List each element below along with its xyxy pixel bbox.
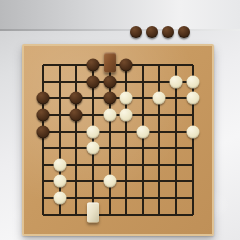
board-point-b8[interactable] bbox=[52, 90, 69, 107]
board-point-h6[interactable] bbox=[151, 123, 168, 140]
captured-dark-pieces-tray bbox=[130, 26, 190, 38]
board-point-j3[interactable] bbox=[184, 173, 201, 190]
dark-soldier-disc[interactable] bbox=[70, 92, 83, 105]
dark-soldier-disc[interactable] bbox=[37, 92, 50, 105]
board-point-d3[interactable] bbox=[85, 173, 102, 190]
board-point-h7[interactable] bbox=[151, 107, 168, 124]
board-point-f4[interactable] bbox=[118, 157, 135, 174]
board-point-c6[interactable] bbox=[68, 123, 85, 140]
white-town-tower[interactable] bbox=[87, 202, 99, 222]
board-point-e6[interactable] bbox=[101, 123, 118, 140]
dark-soldier-disc[interactable] bbox=[37, 109, 50, 122]
board-point-b4[interactable] bbox=[52, 157, 69, 174]
board-point-i9[interactable] bbox=[168, 74, 185, 91]
board-point-j4[interactable] bbox=[184, 157, 201, 174]
cannon-board bbox=[22, 44, 214, 236]
board-point-b1[interactable] bbox=[52, 206, 69, 223]
board-point-h4[interactable] bbox=[151, 157, 168, 174]
table-back-edge bbox=[0, 29, 240, 31]
board-point-c5[interactable] bbox=[68, 140, 85, 157]
board-point-b5[interactable] bbox=[52, 140, 69, 157]
board-point-c4[interactable] bbox=[68, 157, 85, 174]
board-point-h2[interactable] bbox=[151, 190, 168, 207]
board-point-c8[interactable] bbox=[68, 90, 85, 107]
board-point-b7[interactable] bbox=[52, 107, 69, 124]
board-point-e5[interactable] bbox=[101, 140, 118, 157]
board-point-a5[interactable] bbox=[35, 140, 52, 157]
dark-soldier-disc[interactable] bbox=[87, 75, 100, 88]
board-point-g5[interactable] bbox=[135, 140, 152, 157]
captured-dark-soldier-disc[interactable] bbox=[178, 26, 190, 38]
board-point-f5[interactable] bbox=[118, 140, 135, 157]
board-point-j6[interactable] bbox=[184, 123, 201, 140]
dark-soldier-disc[interactable] bbox=[70, 109, 83, 122]
white-soldier-disc[interactable] bbox=[87, 125, 100, 138]
dark-soldier-disc[interactable] bbox=[120, 59, 133, 72]
table-scene bbox=[0, 0, 240, 240]
board-point-e1[interactable] bbox=[101, 206, 118, 223]
board-point-g7[interactable] bbox=[135, 107, 152, 124]
board-point-a7[interactable] bbox=[35, 107, 52, 124]
board-point-g2[interactable] bbox=[135, 190, 152, 207]
white-soldier-disc[interactable] bbox=[153, 92, 166, 105]
board-point-h10[interactable] bbox=[151, 57, 168, 74]
board-point-j1[interactable] bbox=[184, 206, 201, 223]
board-point-d1[interactable] bbox=[85, 206, 102, 223]
board-point-a3[interactable] bbox=[35, 173, 52, 190]
board-point-g6[interactable] bbox=[135, 123, 152, 140]
board-point-i4[interactable] bbox=[168, 157, 185, 174]
board-point-a4[interactable] bbox=[35, 157, 52, 174]
board-point-f1[interactable] bbox=[118, 206, 135, 223]
board-point-b3[interactable] bbox=[52, 173, 69, 190]
board-point-f8[interactable] bbox=[118, 90, 135, 107]
board-point-h3[interactable] bbox=[151, 173, 168, 190]
board-grid bbox=[35, 57, 201, 223]
board-point-b6[interactable] bbox=[52, 123, 69, 140]
board-point-a2[interactable] bbox=[35, 190, 52, 207]
white-soldier-disc[interactable] bbox=[170, 75, 183, 88]
board-point-a8[interactable] bbox=[35, 90, 52, 107]
white-soldier-disc[interactable] bbox=[186, 92, 199, 105]
white-soldier-disc[interactable] bbox=[103, 109, 116, 122]
board-point-c1[interactable] bbox=[68, 206, 85, 223]
board-point-d10[interactable] bbox=[85, 57, 102, 74]
board-point-e8[interactable] bbox=[101, 90, 118, 107]
board-point-b10[interactable] bbox=[52, 57, 69, 74]
white-soldier-disc[interactable] bbox=[136, 125, 149, 138]
board-point-i7[interactable] bbox=[168, 107, 185, 124]
white-soldier-disc[interactable] bbox=[53, 192, 66, 205]
board-point-e9[interactable] bbox=[101, 74, 118, 91]
board-point-j8[interactable] bbox=[184, 90, 201, 107]
board-point-e10[interactable] bbox=[101, 57, 118, 74]
board-point-g3[interactable] bbox=[135, 173, 152, 190]
board-point-a9[interactable] bbox=[35, 74, 52, 91]
board-point-e2[interactable] bbox=[101, 190, 118, 207]
board-point-f3[interactable] bbox=[118, 173, 135, 190]
white-soldier-disc[interactable] bbox=[103, 175, 116, 188]
white-soldier-disc[interactable] bbox=[53, 158, 66, 171]
board-point-g1[interactable] bbox=[135, 206, 152, 223]
board-point-g4[interactable] bbox=[135, 157, 152, 174]
captured-dark-soldier-disc[interactable] bbox=[130, 26, 142, 38]
board-point-j2[interactable] bbox=[184, 190, 201, 207]
board-point-c2[interactable] bbox=[68, 190, 85, 207]
board-point-i1[interactable] bbox=[168, 206, 185, 223]
dark-town-tower[interactable] bbox=[104, 53, 116, 73]
board-point-c9[interactable] bbox=[68, 74, 85, 91]
board-point-i10[interactable] bbox=[168, 57, 185, 74]
board-point-h8[interactable] bbox=[151, 90, 168, 107]
white-soldier-disc[interactable] bbox=[186, 75, 199, 88]
board-point-d9[interactable] bbox=[85, 74, 102, 91]
board-point-f10[interactable] bbox=[118, 57, 135, 74]
board-point-g10[interactable] bbox=[135, 57, 152, 74]
board-point-j7[interactable] bbox=[184, 107, 201, 124]
board-point-d6[interactable] bbox=[85, 123, 102, 140]
board-point-i5[interactable] bbox=[168, 140, 185, 157]
white-soldier-disc[interactable] bbox=[120, 92, 133, 105]
white-soldier-disc[interactable] bbox=[87, 142, 100, 155]
board-point-d8[interactable] bbox=[85, 90, 102, 107]
dark-soldier-disc[interactable] bbox=[103, 92, 116, 105]
board-point-j10[interactable] bbox=[184, 57, 201, 74]
captured-dark-soldier-disc[interactable] bbox=[146, 26, 158, 38]
board-point-a10[interactable] bbox=[35, 57, 52, 74]
board-point-d4[interactable] bbox=[85, 157, 102, 174]
board-point-d7[interactable] bbox=[85, 107, 102, 124]
board-point-g9[interactable] bbox=[135, 74, 152, 91]
board-point-e3[interactable] bbox=[101, 173, 118, 190]
white-soldier-disc[interactable] bbox=[186, 125, 199, 138]
white-soldier-disc[interactable] bbox=[53, 175, 66, 188]
dark-soldier-disc[interactable] bbox=[103, 75, 116, 88]
board-point-i3[interactable] bbox=[168, 173, 185, 190]
board-point-i6[interactable] bbox=[168, 123, 185, 140]
board-point-f2[interactable] bbox=[118, 190, 135, 207]
board-point-e4[interactable] bbox=[101, 157, 118, 174]
board-point-a1[interactable] bbox=[35, 206, 52, 223]
board-point-i8[interactable] bbox=[168, 90, 185, 107]
dark-soldier-disc[interactable] bbox=[37, 125, 50, 138]
board-point-c3[interactable] bbox=[68, 173, 85, 190]
board-point-j9[interactable] bbox=[184, 74, 201, 91]
board-point-c7[interactable] bbox=[68, 107, 85, 124]
board-point-h5[interactable] bbox=[151, 140, 168, 157]
board-point-f9[interactable] bbox=[118, 74, 135, 91]
captured-dark-soldier-disc[interactable] bbox=[162, 26, 174, 38]
board-point-h9[interactable] bbox=[151, 74, 168, 91]
board-point-a6[interactable] bbox=[35, 123, 52, 140]
board-point-i2[interactable] bbox=[168, 190, 185, 207]
board-point-c10[interactable] bbox=[68, 57, 85, 74]
board-point-h1[interactable] bbox=[151, 206, 168, 223]
board-point-e7[interactable] bbox=[101, 107, 118, 124]
board-point-f7[interactable] bbox=[118, 107, 135, 124]
board-point-b9[interactable] bbox=[52, 74, 69, 91]
board-point-d5[interactable] bbox=[85, 140, 102, 157]
board-point-f6[interactable] bbox=[118, 123, 135, 140]
board-point-g8[interactable] bbox=[135, 90, 152, 107]
board-point-j5[interactable] bbox=[184, 140, 201, 157]
dark-soldier-disc[interactable] bbox=[87, 59, 100, 72]
board-point-b2[interactable] bbox=[52, 190, 69, 207]
background-wall bbox=[0, 0, 240, 30]
white-soldier-disc[interactable] bbox=[120, 109, 133, 122]
